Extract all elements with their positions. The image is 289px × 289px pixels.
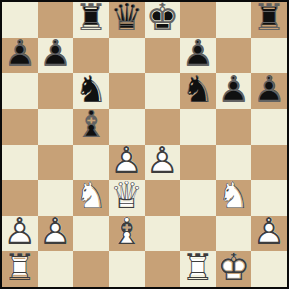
piece-glyph-fill: ♟: [145, 143, 181, 179]
white-bishop-d2: ♝♗: [109, 216, 145, 252]
piece-glyph-fill: ♜: [2, 249, 38, 285]
square-g4[interactable]: [216, 145, 252, 181]
piece-glyph-fill: ♝: [73, 107, 109, 143]
square-g6[interactable]: ♟♙: [216, 73, 252, 109]
square-a7[interactable]: ♟♙: [2, 38, 38, 74]
piece-glyph-outline: ♖: [2, 249, 38, 285]
piece-glyph-fill: ♞: [180, 71, 216, 107]
square-b3[interactable]: [38, 180, 74, 216]
square-a8[interactable]: [2, 2, 38, 38]
black-rook-c8: ♜♖: [73, 2, 109, 38]
white-king-g1: ♚♔: [216, 251, 252, 287]
piece-glyph-fill: ♟: [109, 143, 145, 179]
square-c2[interactable]: [73, 216, 109, 252]
square-h6[interactable]: ♟♙: [251, 73, 287, 109]
square-e7[interactable]: [145, 38, 181, 74]
square-e2[interactable]: [145, 216, 181, 252]
piece-glyph-outline: ♙: [251, 214, 287, 250]
black-pawn-b7: ♟♙: [38, 38, 74, 74]
square-g8[interactable]: [216, 2, 252, 38]
piece-glyph-outline: ♙: [109, 143, 145, 179]
piece-glyph-fill: ♟: [180, 36, 216, 72]
square-d8[interactable]: ♛♕: [109, 2, 145, 38]
piece-glyph-outline: ♘: [180, 71, 216, 107]
square-c1[interactable]: [73, 251, 109, 287]
square-f4[interactable]: [180, 145, 216, 181]
black-pawn-h6: ♟♙: [251, 73, 287, 109]
square-g7[interactable]: [216, 38, 252, 74]
square-f1[interactable]: ♜♖: [180, 251, 216, 287]
white-pawn-b2: ♟♙: [38, 216, 74, 252]
piece-glyph-fill: ♛: [109, 178, 145, 214]
black-pawn-f7: ♟♙: [180, 38, 216, 74]
piece-glyph-outline: ♘: [216, 178, 252, 214]
square-b4[interactable]: [38, 145, 74, 181]
white-pawn-e4: ♟♙: [145, 145, 181, 181]
piece-glyph-outline: ♖: [180, 249, 216, 285]
square-c8[interactable]: ♜♖: [73, 2, 109, 38]
square-b2[interactable]: ♟♙: [38, 216, 74, 252]
square-h2[interactable]: ♟♙: [251, 216, 287, 252]
white-pawn-a2: ♟♙: [2, 216, 38, 252]
square-g3[interactable]: ♞♘: [216, 180, 252, 216]
square-e3[interactable]: [145, 180, 181, 216]
piece-glyph-outline: ♖: [73, 0, 109, 36]
piece-glyph-fill: ♜: [251, 0, 287, 36]
square-c7[interactable]: [73, 38, 109, 74]
piece-glyph-outline: ♗: [73, 107, 109, 143]
piece-glyph-fill: ♟: [2, 36, 38, 72]
piece-glyph-outline: ♕: [109, 0, 145, 36]
piece-glyph-fill: ♝: [109, 214, 145, 250]
piece-glyph-fill: ♟: [251, 71, 287, 107]
square-e5[interactable]: [145, 109, 181, 145]
square-d6[interactable]: [109, 73, 145, 109]
square-h5[interactable]: [251, 109, 287, 145]
piece-glyph-fill: ♚: [145, 0, 181, 36]
square-f5[interactable]: [180, 109, 216, 145]
piece-glyph-outline: ♘: [73, 71, 109, 107]
black-rook-h8: ♜♖: [251, 2, 287, 38]
piece-glyph-outline: ♙: [145, 143, 181, 179]
square-c4[interactable]: [73, 145, 109, 181]
piece-glyph-fill: ♜: [180, 249, 216, 285]
piece-glyph-outline: ♙: [251, 71, 287, 107]
white-rook-a1: ♜♖: [2, 251, 38, 287]
square-c5[interactable]: ♝♗: [73, 109, 109, 145]
square-d2[interactable]: ♝♗: [109, 216, 145, 252]
square-c3[interactable]: ♞♘: [73, 180, 109, 216]
square-h7[interactable]: [251, 38, 287, 74]
piece-glyph-fill: ♜: [73, 0, 109, 36]
black-pawn-a7: ♟♙: [2, 38, 38, 74]
square-c6[interactable]: ♞♘: [73, 73, 109, 109]
piece-glyph-outline: ♖: [251, 0, 287, 36]
piece-glyph-fill: ♟: [251, 214, 287, 250]
black-bishop-c5: ♝♗: [73, 109, 109, 145]
square-e4[interactable]: ♟♙: [145, 145, 181, 181]
piece-glyph-fill: ♛: [109, 0, 145, 36]
piece-glyph-fill: ♟: [2, 214, 38, 250]
square-b1[interactable]: [38, 251, 74, 287]
square-b5[interactable]: [38, 109, 74, 145]
square-d1[interactable]: [109, 251, 145, 287]
square-a3[interactable]: [2, 180, 38, 216]
piece-glyph-outline: ♙: [2, 214, 38, 250]
square-a6[interactable]: [2, 73, 38, 109]
square-d7[interactable]: [109, 38, 145, 74]
piece-glyph-outline: ♙: [38, 214, 74, 250]
square-b6[interactable]: [38, 73, 74, 109]
square-e6[interactable]: [145, 73, 181, 109]
white-queen-d3: ♛♕: [109, 180, 145, 216]
square-a4[interactable]: [2, 145, 38, 181]
white-pawn-h2: ♟♙: [251, 216, 287, 252]
square-h3[interactable]: [251, 180, 287, 216]
piece-glyph-fill: ♞: [216, 178, 252, 214]
square-f7[interactable]: ♟♙: [180, 38, 216, 74]
square-e1[interactable]: [145, 251, 181, 287]
piece-glyph-fill: ♚: [216, 249, 252, 285]
square-b8[interactable]: [38, 2, 74, 38]
piece-glyph-outline: ♔: [216, 249, 252, 285]
square-a1[interactable]: ♜♖: [2, 251, 38, 287]
square-f8[interactable]: [180, 2, 216, 38]
square-h4[interactable]: [251, 145, 287, 181]
piece-glyph-fill: ♟: [216, 71, 252, 107]
square-b7[interactable]: ♟♙: [38, 38, 74, 74]
piece-glyph-outline: ♙: [2, 36, 38, 72]
square-a2[interactable]: ♟♙: [2, 216, 38, 252]
square-a5[interactable]: [2, 109, 38, 145]
white-rook-f1: ♜♖: [180, 251, 216, 287]
square-f6[interactable]: ♞♘: [180, 73, 216, 109]
square-h1[interactable]: [251, 251, 287, 287]
piece-glyph-outline: ♗: [109, 214, 145, 250]
piece-glyph-fill: ♟: [38, 36, 74, 72]
black-knight-c6: ♞♘: [73, 73, 109, 109]
piece-glyph-outline: ♙: [38, 36, 74, 72]
square-g1[interactable]: ♚♔: [216, 251, 252, 287]
white-knight-c3: ♞♘: [73, 180, 109, 216]
piece-glyph-outline: ♘: [73, 178, 109, 214]
piece-glyph-fill: ♞: [73, 71, 109, 107]
square-h8[interactable]: ♜♖: [251, 2, 287, 38]
square-g2[interactable]: [216, 216, 252, 252]
black-queen-d8: ♛♕: [109, 2, 145, 38]
black-knight-f6: ♞♘: [180, 73, 216, 109]
piece-glyph-fill: ♟: [38, 214, 74, 250]
piece-glyph-fill: ♞: [73, 178, 109, 214]
square-d5[interactable]: [109, 109, 145, 145]
square-d3[interactable]: ♛♕: [109, 180, 145, 216]
black-king-e8: ♚♔: [145, 2, 181, 38]
chess-board: ♜♖♛♕♚♔♜♖♟♙♟♙♟♙♞♘♞♘♟♙♟♙♝♗♟♙♟♙♞♘♛♕♞♘♟♙♟♙♝♗…: [0, 0, 289, 289]
black-pawn-g6: ♟♙: [216, 73, 252, 109]
piece-glyph-outline: ♙: [180, 36, 216, 72]
piece-glyph-outline: ♙: [216, 71, 252, 107]
square-d4[interactable]: ♟♙: [109, 145, 145, 181]
square-f3[interactable]: [180, 180, 216, 216]
piece-glyph-outline: ♔: [145, 0, 181, 36]
white-pawn-d4: ♟♙: [109, 145, 145, 181]
white-knight-g3: ♞♘: [216, 180, 252, 216]
square-e8[interactable]: ♚♔: [145, 2, 181, 38]
square-f2[interactable]: [180, 216, 216, 252]
piece-glyph-outline: ♕: [109, 178, 145, 214]
square-g5[interactable]: [216, 109, 252, 145]
